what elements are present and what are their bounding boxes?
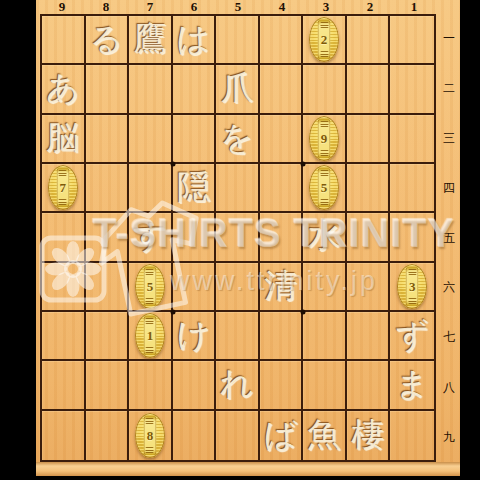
koban-stamp-top: [320, 22, 328, 28]
koban-stamp-bottom: [320, 51, 328, 57]
board-cell: 7: [42, 164, 86, 213]
engraved-char: 魚: [308, 413, 341, 458]
board-cell: 1: [129, 312, 173, 361]
koban-band: 5: [143, 267, 156, 306]
board-cell: [173, 263, 217, 312]
board-cell: [86, 164, 130, 213]
board-cell: [173, 411, 217, 460]
file-label: 3: [304, 0, 348, 14]
engraved-char: る: [89, 17, 123, 62]
koban-stamp-top: [320, 121, 328, 127]
board-cell: [86, 263, 130, 312]
engraved-char: 爪: [220, 66, 253, 111]
board-cell: る: [86, 16, 130, 65]
star-dot: [301, 309, 306, 314]
koban-value: 5: [147, 280, 154, 293]
board-cell: [347, 16, 391, 65]
board-cell: [173, 213, 217, 262]
board-cell: [42, 263, 86, 312]
engraved-char: 鷹: [133, 17, 166, 62]
board-cell: 5: [303, 164, 347, 213]
koban-coin: 2: [309, 17, 339, 62]
board-cell: [303, 361, 347, 410]
board-cell: [216, 411, 260, 460]
koban-band: 9: [318, 119, 331, 158]
board-cell: [347, 213, 391, 262]
koban-band: 1: [143, 316, 156, 355]
design-canvas: 987654321 る鷹は2あ爪脳を97隠5す水5清31けずれま8ば魚棲 一二三…: [0, 0, 480, 480]
board-cell: [129, 361, 173, 410]
koban-stamp-top: [408, 269, 416, 275]
koban-value: 8: [147, 429, 154, 442]
board-cell: [390, 213, 434, 262]
board-cell: [303, 263, 347, 312]
board-cell: [216, 312, 260, 361]
koban-coin: 7: [48, 165, 78, 210]
koban-value: 9: [321, 132, 328, 145]
board-cell: [260, 164, 304, 213]
koban-value: 5: [321, 181, 328, 194]
board-cell: [86, 213, 130, 262]
file-label: 2: [348, 0, 392, 14]
board-cell: 水: [303, 213, 347, 262]
koban-coin: 3: [397, 264, 427, 309]
board-cell: れ: [216, 361, 260, 410]
rank-label: 三: [438, 114, 460, 164]
koban-coin: 8: [135, 413, 165, 458]
engraved-char: す: [133, 214, 167, 259]
rank-label: 二: [438, 64, 460, 114]
board-bottom-edge: [36, 462, 460, 476]
koban-value: 2: [321, 33, 328, 46]
board-cell: [390, 115, 434, 164]
rank-label: 五: [438, 213, 460, 263]
board-cell: [347, 164, 391, 213]
koban-coin: 9: [309, 116, 339, 161]
board-cell: [216, 16, 260, 65]
board-cell: [216, 263, 260, 312]
board-cell: 5: [129, 263, 173, 312]
koban-band: 5: [318, 168, 331, 207]
board-cell: [129, 65, 173, 114]
koban-value: 1: [147, 329, 154, 342]
board-cell: [42, 361, 86, 410]
rank-labels: 一二三四五六七八九: [438, 14, 460, 462]
koban-stamp-top: [146, 418, 154, 424]
board-cell: [260, 65, 304, 114]
board-cell: [86, 115, 130, 164]
star-dot: [301, 161, 306, 166]
board-cell: [173, 65, 217, 114]
board-cell: 棲: [347, 411, 391, 460]
board-cell: [390, 65, 434, 114]
engraved-char: は: [177, 17, 211, 62]
board-cell: [42, 312, 86, 361]
board-cell: [347, 115, 391, 164]
koban-value: 7: [60, 181, 67, 194]
engraved-char: 水: [308, 214, 341, 259]
engraved-char: ま: [395, 362, 429, 407]
board-cell: 清: [260, 263, 304, 312]
board-cell: [129, 164, 173, 213]
board-cell: 9: [303, 115, 347, 164]
engraved-char: 清: [264, 264, 297, 309]
board-cell: [347, 312, 391, 361]
koban-value: 3: [409, 280, 416, 293]
rank-label: 一: [438, 14, 460, 64]
engraved-char: け: [177, 313, 211, 358]
file-label: 6: [172, 0, 216, 14]
board-cell: [260, 16, 304, 65]
engraved-char: 脳: [46, 116, 79, 161]
engraved-char: を: [220, 116, 254, 161]
board-cell: 脳: [42, 115, 86, 164]
koban-band: 7: [56, 168, 69, 207]
koban-band: 3: [406, 267, 419, 306]
koban-coin: 5: [309, 165, 339, 210]
board-cell: を: [216, 115, 260, 164]
board-cell: [86, 65, 130, 114]
board-cell: [86, 411, 130, 460]
board-cell: [347, 263, 391, 312]
engraved-char: あ: [46, 66, 80, 111]
koban-band: 2: [318, 20, 331, 59]
engraved-char: 棲: [351, 413, 384, 458]
koban-band: 8: [143, 416, 156, 455]
board-cell: [42, 213, 86, 262]
board-cell: [260, 312, 304, 361]
board-cell: [260, 213, 304, 262]
rank-label: 八: [438, 362, 460, 412]
rank-label: 九: [438, 412, 460, 462]
board-cell: [303, 65, 347, 114]
file-label: 7: [128, 0, 172, 14]
koban-stamp-bottom: [146, 447, 154, 453]
koban-stamp-bottom: [320, 150, 328, 156]
file-label: 8: [84, 0, 128, 14]
board-cell: 8: [129, 411, 173, 460]
koban-stamp-top: [146, 269, 154, 275]
board-cell: 隠: [173, 164, 217, 213]
koban-stamp-bottom: [146, 347, 154, 353]
board-cell: 3: [390, 263, 434, 312]
board-cell: け: [173, 312, 217, 361]
board-cell: 鷹: [129, 16, 173, 65]
board-cell: 爪: [216, 65, 260, 114]
koban-stamp-top: [59, 170, 67, 176]
star-dot: [170, 309, 175, 314]
board-cell: [260, 115, 304, 164]
board-cell: [42, 411, 86, 460]
board-cell: [347, 65, 391, 114]
board-cell: [216, 213, 260, 262]
board-cell: [129, 115, 173, 164]
rank-label: 七: [438, 313, 460, 363]
board-cell: [347, 361, 391, 410]
koban-stamp-bottom: [146, 298, 154, 304]
koban-stamp-bottom: [59, 199, 67, 205]
file-label: 4: [260, 0, 304, 14]
shogi-board-wood: 987654321 る鷹は2あ爪脳を97隠5す水5清31けずれま8ば魚棲 一二三…: [36, 0, 460, 476]
koban-stamp-bottom: [408, 298, 416, 304]
board-cell: ま: [390, 361, 434, 410]
board-cell: 魚: [303, 411, 347, 460]
board-cell: は: [173, 16, 217, 65]
board-cell: [390, 411, 434, 460]
board-cell: [86, 312, 130, 361]
board-cell: [390, 16, 434, 65]
board-cell: ず: [390, 312, 434, 361]
shogi-board: る鷹は2あ爪脳を97隠5す水5清31けずれま8ば魚棲: [40, 14, 436, 462]
board-cell: ば: [260, 411, 304, 460]
engraved-char: れ: [220, 362, 254, 407]
koban-stamp-top: [146, 318, 154, 324]
board-cell: [303, 312, 347, 361]
rank-label: 四: [438, 163, 460, 213]
board-cell: あ: [42, 65, 86, 114]
star-dot: [170, 161, 175, 166]
board-cell: [216, 164, 260, 213]
koban-coin: 1: [135, 313, 165, 358]
file-label: 9: [40, 0, 84, 14]
file-label: 1: [392, 0, 436, 14]
board-cell: [173, 115, 217, 164]
board-cell: [390, 164, 434, 213]
koban-coin: 5: [135, 264, 165, 309]
engraved-char: 隠: [177, 165, 210, 210]
file-labels: 987654321: [40, 0, 436, 14]
koban-stamp-top: [320, 170, 328, 176]
koban-stamp-bottom: [320, 199, 328, 205]
board-cell: [86, 361, 130, 410]
file-label: 5: [216, 0, 260, 14]
rank-label: 六: [438, 263, 460, 313]
board-cell: 2: [303, 16, 347, 65]
board-cell: [42, 16, 86, 65]
board-cell: [260, 361, 304, 410]
engraved-char: ば: [264, 413, 298, 458]
board-cell: す: [129, 213, 173, 262]
board-cell: [173, 361, 217, 410]
engraved-char: ず: [395, 313, 429, 358]
